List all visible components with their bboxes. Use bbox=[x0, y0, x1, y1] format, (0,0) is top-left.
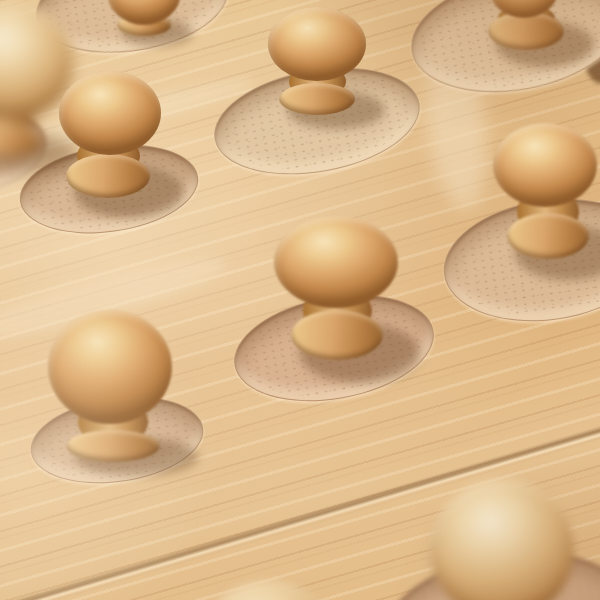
pegs-layer bbox=[0, 0, 600, 600]
peg-r4c2[interactable] bbox=[0, 0, 600, 600]
peg-knob bbox=[194, 582, 344, 600]
photo-stage bbox=[0, 0, 600, 600]
